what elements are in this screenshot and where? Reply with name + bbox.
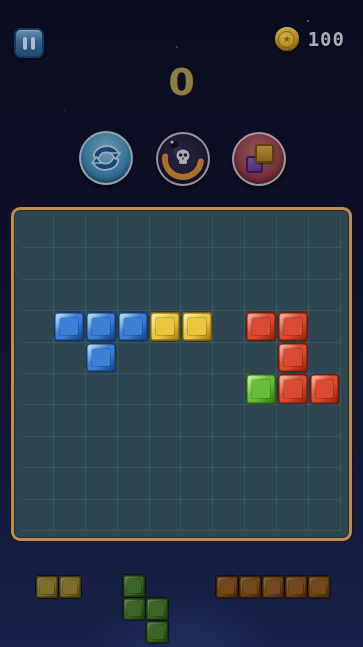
board-cell[interactable] [277, 405, 309, 436]
tray-piece-2[interactable] [123, 575, 169, 644]
board-cell[interactable] [54, 343, 86, 374]
swap-button[interactable] [232, 132, 286, 186]
board-block-R [246, 312, 276, 341]
board-cell[interactable] [86, 405, 118, 436]
board-cell[interactable] [309, 311, 341, 342]
board-cell[interactable] [86, 217, 118, 248]
board-cell[interactable] [150, 248, 182, 279]
board-cell[interactable] [213, 500, 245, 531]
board-cell[interactable] [277, 468, 309, 499]
board-cell[interactable] [309, 405, 341, 436]
game-screen: ★ 100 0 [0, 0, 363, 647]
board-block-Y [182, 312, 212, 341]
pause-icon [23, 37, 35, 50]
board-cell[interactable] [22, 343, 54, 374]
board-cell[interactable] [181, 280, 213, 311]
board-cell[interactable] [54, 217, 86, 248]
board-cell[interactable] [22, 468, 54, 499]
refresh-button[interactable] [79, 131, 133, 185]
board-block-B [118, 312, 148, 341]
board-cell[interactable] [86, 311, 118, 342]
bomb-button[interactable] [156, 132, 210, 186]
board-cell[interactable] [22, 280, 54, 311]
pause-button[interactable] [14, 28, 44, 58]
board-cell[interactable] [213, 343, 245, 374]
board-block-R [278, 374, 308, 403]
board-cell[interactable] [22, 500, 54, 531]
tray-block-G [146, 598, 168, 620]
tray-block-G [146, 621, 168, 643]
tray-block-O [262, 576, 284, 598]
board-cell[interactable] [181, 500, 213, 531]
tray-block-O [239, 576, 261, 598]
board-cell[interactable] [245, 248, 277, 279]
tray-piece-1[interactable] [36, 576, 82, 599]
board-cell[interactable] [181, 468, 213, 499]
board-cell[interactable] [277, 217, 309, 248]
board-cell[interactable] [213, 374, 245, 405]
score-value: 0 [0, 60, 363, 104]
board-cell[interactable] [118, 500, 150, 531]
board-cell[interactable] [245, 311, 277, 342]
board-cell[interactable] [309, 280, 341, 311]
bomb-icon [158, 134, 208, 184]
board-block-R [310, 374, 340, 403]
board-cell[interactable] [54, 280, 86, 311]
board-cell[interactable] [22, 437, 54, 468]
board-cell[interactable] [181, 217, 213, 248]
board-cell[interactable] [54, 248, 86, 279]
board-cell[interactable] [181, 343, 213, 374]
board-cell[interactable] [22, 311, 54, 342]
tray-block-G [123, 575, 145, 597]
board-cell[interactable] [86, 500, 118, 531]
puzzle-board [11, 207, 352, 541]
board-cell[interactable] [309, 437, 341, 468]
tray-block-G [123, 598, 145, 620]
board-cell[interactable] [181, 405, 213, 436]
board-cell[interactable] [86, 248, 118, 279]
board-cell[interactable] [245, 437, 277, 468]
board-cell[interactable] [54, 405, 86, 436]
board-cell[interactable] [150, 280, 182, 311]
board-cell[interactable] [118, 248, 150, 279]
board-cell[interactable] [309, 248, 341, 279]
coin-star: ★ [283, 34, 291, 44]
tray-block-O [216, 576, 238, 598]
refresh-icon [89, 141, 123, 175]
board-cell[interactable] [150, 343, 182, 374]
board-cell[interactable] [277, 500, 309, 531]
board-cell[interactable] [277, 437, 309, 468]
board-cell[interactable] [245, 468, 277, 499]
board-cell[interactable] [54, 468, 86, 499]
board-cell[interactable] [309, 217, 341, 248]
board-cell[interactable] [245, 343, 277, 374]
board-cell[interactable] [181, 311, 213, 342]
board-cell[interactable] [150, 217, 182, 248]
board-cell[interactable] [22, 405, 54, 436]
board-cell[interactable] [118, 405, 150, 436]
board-cell[interactable] [309, 343, 341, 374]
board-cell[interactable] [277, 311, 309, 342]
board-cell[interactable] [118, 311, 150, 342]
board-cell[interactable] [150, 405, 182, 436]
board-cell[interactable] [150, 311, 182, 342]
board-cell[interactable] [86, 437, 118, 468]
board-cell[interactable] [309, 500, 341, 531]
board-cell[interactable] [213, 280, 245, 311]
board-cell[interactable] [277, 343, 309, 374]
board-cell[interactable] [213, 437, 245, 468]
board-cell[interactable] [309, 374, 341, 405]
board-block-B [54, 312, 84, 341]
tray-block-O [285, 576, 307, 598]
board-cell[interactable] [181, 437, 213, 468]
tray-block-O [308, 576, 330, 598]
board-cell[interactable] [245, 280, 277, 311]
board-cell[interactable] [54, 437, 86, 468]
board-block-R [278, 343, 308, 372]
tray-piece-3[interactable] [216, 576, 331, 599]
board-cell[interactable] [118, 374, 150, 405]
board-block-Y [150, 312, 180, 341]
star-speck [176, 46, 178, 48]
board-cell[interactable] [213, 405, 245, 436]
coin-count: 100 [308, 28, 345, 50]
board-cell[interactable] [309, 468, 341, 499]
board-cell[interactable] [181, 248, 213, 279]
board-grid[interactable] [22, 217, 341, 531]
board-cell[interactable] [22, 217, 54, 248]
coin-counter: ★ 100 [275, 27, 345, 51]
board-cell[interactable] [86, 468, 118, 499]
board-cell[interactable] [181, 374, 213, 405]
tray-block-Y [59, 576, 81, 598]
board-cell[interactable] [118, 437, 150, 468]
board-cell[interactable] [245, 500, 277, 531]
board-cell[interactable] [22, 248, 54, 279]
coin-icon: ★ [275, 27, 299, 51]
board-cell[interactable] [213, 248, 245, 279]
board-cell[interactable] [118, 280, 150, 311]
board-cell[interactable] [86, 343, 118, 374]
star-speck [307, 20, 309, 22]
star-speck [64, 110, 65, 111]
board-cell[interactable] [277, 280, 309, 311]
board-block-B [86, 312, 116, 341]
board-cell[interactable] [245, 405, 277, 436]
board-cell[interactable] [150, 374, 182, 405]
board-cell[interactable] [213, 468, 245, 499]
board-cell[interactable] [22, 374, 54, 405]
board-cell[interactable] [277, 374, 309, 405]
board-cell[interactable] [86, 280, 118, 311]
board-block-B [86, 343, 116, 372]
board-cell[interactable] [213, 311, 245, 342]
board-cell[interactable] [86, 374, 118, 405]
board-cell[interactable] [54, 500, 86, 531]
board-cell[interactable] [118, 217, 150, 248]
board-cell[interactable] [54, 311, 86, 342]
board-cell[interactable] [150, 468, 182, 499]
board-cell[interactable] [213, 217, 245, 248]
board-cell[interactable] [54, 374, 86, 405]
board-cell[interactable] [118, 468, 150, 499]
board-block-R [278, 312, 308, 341]
board-cell[interactable] [150, 500, 182, 531]
swap-squares-icon [234, 134, 284, 184]
board-cell[interactable] [245, 217, 277, 248]
board-cell[interactable] [277, 248, 309, 279]
board-cell[interactable] [118, 343, 150, 374]
tray-block-Y [36, 576, 58, 598]
board-block-G [246, 374, 276, 403]
board-cell[interactable] [150, 437, 182, 468]
board-cell[interactable] [245, 374, 277, 405]
